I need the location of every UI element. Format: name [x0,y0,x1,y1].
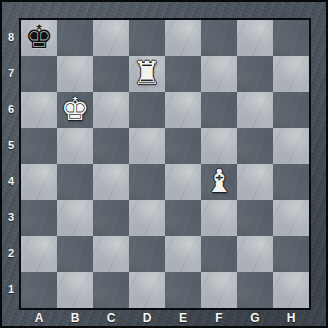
square-g8[interactable] [237,20,273,56]
file-label-h: H [273,310,309,326]
square-h3[interactable] [273,200,309,236]
rank-label-2: 2 [4,235,18,271]
file-label-b: B [57,310,93,326]
square-c1[interactable] [93,272,129,308]
square-h1[interactable] [273,272,309,308]
square-e8[interactable] [165,20,201,56]
square-f4[interactable]: ♝ [201,164,237,200]
square-e7[interactable] [165,56,201,92]
square-h5[interactable] [273,128,309,164]
square-h4[interactable] [273,164,309,200]
black-king[interactable]: ♚ [25,19,54,55]
square-c3[interactable] [93,200,129,236]
square-a4[interactable] [21,164,57,200]
square-d4[interactable] [129,164,165,200]
square-f1[interactable] [201,272,237,308]
square-a2[interactable] [21,236,57,272]
square-c5[interactable] [93,128,129,164]
square-a3[interactable] [21,200,57,236]
chess-board: ♚♜♚♝ [19,18,311,310]
square-a7[interactable] [21,56,57,92]
square-h8[interactable] [273,20,309,56]
square-d5[interactable] [129,128,165,164]
square-a1[interactable] [21,272,57,308]
file-label-g: G [237,310,273,326]
square-h2[interactable] [273,236,309,272]
square-e6[interactable] [165,92,201,128]
square-d3[interactable] [129,200,165,236]
square-a6[interactable] [21,92,57,128]
square-f8[interactable] [201,20,237,56]
file-label-e: E [165,310,201,326]
square-f7[interactable] [201,56,237,92]
square-c2[interactable] [93,236,129,272]
rank-label-6: 6 [4,91,18,127]
square-b5[interactable] [57,128,93,164]
white-bishop[interactable]: ♝ [205,163,234,199]
square-d8[interactable] [129,20,165,56]
square-f3[interactable] [201,200,237,236]
square-e2[interactable] [165,236,201,272]
square-d2[interactable] [129,236,165,272]
square-g4[interactable] [237,164,273,200]
square-b8[interactable] [57,20,93,56]
square-e5[interactable] [165,128,201,164]
square-b7[interactable] [57,56,93,92]
rank-label-4: 4 [4,163,18,199]
square-d7[interactable]: ♜ [129,56,165,92]
square-b4[interactable] [57,164,93,200]
rank-label-8: 8 [4,19,18,55]
square-a5[interactable] [21,128,57,164]
square-f6[interactable] [201,92,237,128]
square-f5[interactable] [201,128,237,164]
file-label-f: F [201,310,237,326]
file-label-d: D [129,310,165,326]
square-g3[interactable] [237,200,273,236]
square-g6[interactable] [237,92,273,128]
rank-label-5: 5 [4,127,18,163]
rank-label-3: 3 [4,199,18,235]
square-g5[interactable] [237,128,273,164]
square-e1[interactable] [165,272,201,308]
file-label-c: C [93,310,129,326]
white-king[interactable]: ♚ [61,91,90,127]
square-c7[interactable] [93,56,129,92]
square-a8[interactable]: ♚ [21,20,57,56]
square-b1[interactable] [57,272,93,308]
square-c6[interactable] [93,92,129,128]
square-b2[interactable] [57,236,93,272]
rank-label-1: 1 [4,271,18,307]
square-d6[interactable] [129,92,165,128]
square-b3[interactable] [57,200,93,236]
square-b6[interactable]: ♚ [57,92,93,128]
square-h6[interactable] [273,92,309,128]
square-c4[interactable] [93,164,129,200]
square-c8[interactable] [93,20,129,56]
square-e4[interactable] [165,164,201,200]
square-g1[interactable] [237,272,273,308]
square-g7[interactable] [237,56,273,92]
chess-board-window: ♚♜♚♝ 87654321ABCDEFGH [0,0,328,328]
white-rook[interactable]: ♜ [133,55,162,91]
file-label-a: A [21,310,57,326]
square-f2[interactable] [201,236,237,272]
square-e3[interactable] [165,200,201,236]
square-d1[interactable] [129,272,165,308]
rank-label-7: 7 [4,55,18,91]
square-g2[interactable] [237,236,273,272]
square-h7[interactable] [273,56,309,92]
